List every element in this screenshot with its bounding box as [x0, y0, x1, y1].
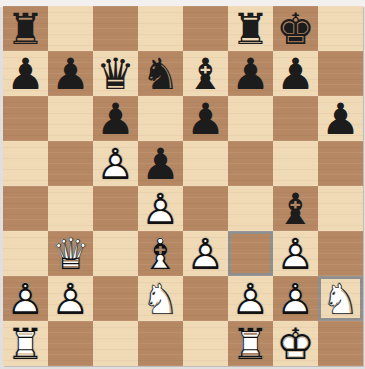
square-e3[interactable]: ♟ [183, 231, 228, 276]
white-rook[interactable]: ♜ [228, 321, 273, 366]
square-b4[interactable] [48, 186, 93, 231]
white-pawn[interactable]: ♟ [3, 276, 48, 321]
square-c2[interactable] [93, 276, 138, 321]
square-c5[interactable]: ♟ [93, 141, 138, 186]
square-h8[interactable] [318, 6, 363, 51]
square-f2[interactable]: ♟ [228, 276, 273, 321]
white-knight[interactable]: ♞ [318, 276, 363, 321]
square-h1[interactable] [318, 321, 363, 366]
square-e5[interactable] [183, 141, 228, 186]
square-e2[interactable] [183, 276, 228, 321]
square-g7[interactable]: ♟ [273, 51, 318, 96]
square-c8[interactable] [93, 6, 138, 51]
white-pawn[interactable]: ♟ [228, 276, 273, 321]
white-pawn[interactable]: ♟ [183, 231, 228, 276]
square-a8[interactable]: ♜ [3, 6, 48, 51]
square-a4[interactable] [3, 186, 48, 231]
white-rook[interactable]: ♜ [3, 321, 48, 366]
black-knight[interactable]: ♞ [138, 51, 183, 96]
square-g4[interactable]: ♝ [273, 186, 318, 231]
square-d4[interactable]: ♟ [138, 186, 183, 231]
square-b1[interactable] [48, 321, 93, 366]
black-queen[interactable]: ♛ [93, 51, 138, 96]
square-b6[interactable] [48, 96, 93, 141]
black-pawn[interactable]: ♟ [183, 96, 228, 141]
square-b3[interactable]: ♛ [48, 231, 93, 276]
square-d7[interactable]: ♞ [138, 51, 183, 96]
square-h7[interactable] [318, 51, 363, 96]
square-a7[interactable]: ♟ [3, 51, 48, 96]
black-bishop[interactable]: ♝ [273, 186, 318, 231]
square-g5[interactable] [273, 141, 318, 186]
page-background: ♜♜♚♟♟♛♞♝♟♟♟♟♟♟♟♟♝♛♝♟♟♟♟♞♟♟♞♜♜♚ [0, 0, 365, 369]
chess-board: ♜♜♚♟♟♛♞♝♟♟♟♟♟♟♟♟♝♛♝♟♟♟♟♞♟♟♞♜♜♚ [3, 6, 363, 366]
square-d8[interactable] [138, 6, 183, 51]
black-pawn[interactable]: ♟ [48, 51, 93, 96]
square-f8[interactable]: ♜ [228, 6, 273, 51]
square-c6[interactable]: ♟ [93, 96, 138, 141]
square-h5[interactable] [318, 141, 363, 186]
square-b8[interactable] [48, 6, 93, 51]
white-pawn[interactable]: ♟ [273, 231, 318, 276]
black-pawn[interactable]: ♟ [3, 51, 48, 96]
square-f5[interactable] [228, 141, 273, 186]
square-d3[interactable]: ♝ [138, 231, 183, 276]
black-pawn[interactable]: ♟ [318, 96, 363, 141]
square-d6[interactable] [138, 96, 183, 141]
white-king[interactable]: ♚ [273, 321, 318, 366]
square-a1[interactable]: ♜ [3, 321, 48, 366]
white-pawn[interactable]: ♟ [93, 141, 138, 186]
black-pawn[interactable]: ♟ [228, 51, 273, 96]
black-king[interactable]: ♚ [273, 6, 318, 51]
white-pawn[interactable]: ♟ [138, 186, 183, 231]
square-d2[interactable]: ♞ [138, 276, 183, 321]
square-g8[interactable]: ♚ [273, 6, 318, 51]
square-f1[interactable]: ♜ [228, 321, 273, 366]
square-f7[interactable]: ♟ [228, 51, 273, 96]
square-h3[interactable] [318, 231, 363, 276]
square-e7[interactable]: ♝ [183, 51, 228, 96]
square-b7[interactable]: ♟ [48, 51, 93, 96]
square-b2[interactable]: ♟ [48, 276, 93, 321]
square-c3[interactable] [93, 231, 138, 276]
square-e4[interactable] [183, 186, 228, 231]
square-g3[interactable]: ♟ [273, 231, 318, 276]
square-g1[interactable]: ♚ [273, 321, 318, 366]
square-c7[interactable]: ♛ [93, 51, 138, 96]
square-a3[interactable] [3, 231, 48, 276]
square-a6[interactable] [3, 96, 48, 141]
white-pawn[interactable]: ♟ [273, 276, 318, 321]
square-d1[interactable] [138, 321, 183, 366]
black-pawn[interactable]: ♟ [93, 96, 138, 141]
square-c4[interactable] [93, 186, 138, 231]
black-pawn[interactable]: ♟ [273, 51, 318, 96]
black-rook[interactable]: ♜ [3, 6, 48, 51]
square-h2[interactable]: ♞ [318, 276, 363, 321]
black-bishop[interactable]: ♝ [183, 51, 228, 96]
white-pawn[interactable]: ♟ [48, 276, 93, 321]
square-b5[interactable] [48, 141, 93, 186]
square-a5[interactable] [3, 141, 48, 186]
square-a2[interactable]: ♟ [3, 276, 48, 321]
black-rook[interactable]: ♜ [228, 6, 273, 51]
square-e6[interactable]: ♟ [183, 96, 228, 141]
square-g6[interactable] [273, 96, 318, 141]
square-f4[interactable] [228, 186, 273, 231]
square-e8[interactable] [183, 6, 228, 51]
square-h4[interactable] [318, 186, 363, 231]
white-queen[interactable]: ♛ [48, 231, 93, 276]
square-c1[interactable] [93, 321, 138, 366]
square-f6[interactable] [228, 96, 273, 141]
square-g2[interactable]: ♟ [273, 276, 318, 321]
square-e1[interactable] [183, 321, 228, 366]
white-bishop[interactable]: ♝ [138, 231, 183, 276]
square-d5[interactable]: ♟ [138, 141, 183, 186]
square-f3[interactable] [228, 231, 273, 276]
white-knight[interactable]: ♞ [138, 276, 183, 321]
square-h6[interactable]: ♟ [318, 96, 363, 141]
black-pawn[interactable]: ♟ [138, 141, 183, 186]
